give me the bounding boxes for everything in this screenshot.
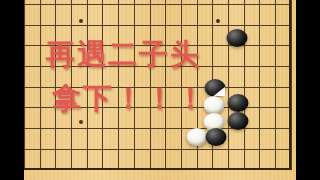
last-move-triangle-marker [214,86,226,96]
video-frame: 再遇二子头 拿下！！！ [0,0,320,180]
black-stone [227,112,248,130]
board-bottom-edge-line [24,168,292,170]
title-overlay-line2: 拿下！！！ [52,84,207,113]
board-right-edge-line [289,0,291,169]
star-point [79,120,83,124]
star-point [79,19,83,23]
black-stone [205,128,226,146]
star-point [216,19,220,23]
left-letterbox-bar [0,0,24,180]
black-stone [227,94,248,112]
white-stone [186,128,207,146]
right-letterbox-bar [296,0,320,180]
title-overlay-line1: 再遇二子头 [46,40,201,69]
black-stone [205,79,226,97]
black-stone [227,29,248,47]
